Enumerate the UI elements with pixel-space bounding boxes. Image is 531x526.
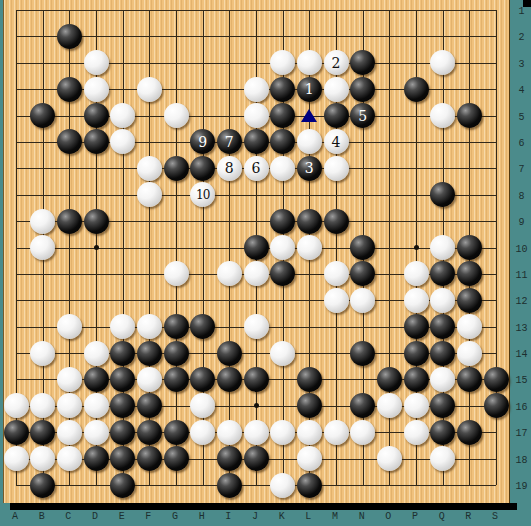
stone-N17 — [350, 420, 375, 445]
stone-S15 — [484, 367, 509, 392]
stone-K6 — [270, 129, 295, 154]
stone-E14 — [110, 341, 135, 366]
stone-B14 — [30, 341, 55, 366]
stone-L16 — [297, 393, 322, 418]
stone-M7 — [324, 156, 349, 181]
stone-J4 — [244, 77, 269, 102]
stone-N16 — [350, 393, 375, 418]
col-label-L: L — [298, 511, 318, 522]
stone-H15 — [190, 367, 215, 392]
stone-P16 — [404, 393, 429, 418]
row-label-17: 17 — [513, 428, 530, 439]
col-label-S: S — [485, 511, 505, 522]
move-number-6: 6 — [252, 161, 261, 175]
stone-M5 — [324, 103, 349, 128]
stone-G5 — [164, 103, 189, 128]
stone-J7: 6 — [244, 156, 269, 181]
col-label-F: F — [138, 511, 158, 522]
stone-E6 — [110, 129, 135, 154]
stone-D15 — [84, 367, 109, 392]
stone-I11 — [217, 261, 242, 286]
stone-K3 — [270, 50, 295, 75]
stone-N3 — [350, 50, 375, 75]
move-number-3: 3 — [305, 161, 314, 175]
move-number-1: 1 — [305, 82, 314, 96]
move-number-4: 4 — [332, 135, 341, 149]
stone-Q15 — [430, 367, 455, 392]
stone-E19 — [110, 473, 135, 498]
stone-C4 — [57, 77, 82, 102]
stone-K14 — [270, 341, 295, 366]
stone-K19 — [270, 473, 295, 498]
stone-G15 — [164, 367, 189, 392]
stone-G7 — [164, 156, 189, 181]
stone-C9 — [57, 209, 82, 234]
stone-M12 — [324, 288, 349, 313]
col-label-N: N — [352, 511, 372, 522]
col-label-J: J — [245, 511, 265, 522]
row-label-6: 6 — [513, 138, 530, 149]
stone-J13 — [244, 314, 269, 339]
stone-H7 — [190, 156, 215, 181]
stone-F8 — [137, 182, 162, 207]
col-label-D: D — [85, 511, 105, 522]
stone-P11 — [404, 261, 429, 286]
stone-P12 — [404, 288, 429, 313]
stone-D18 — [84, 446, 109, 471]
move-number-5: 5 — [358, 109, 367, 123]
stone-K7 — [270, 156, 295, 181]
stone-M9 — [324, 209, 349, 234]
stone-L10 — [297, 235, 322, 260]
stone-K10 — [270, 235, 295, 260]
row-label-3: 3 — [513, 59, 530, 70]
stone-Q3 — [430, 50, 455, 75]
col-label-R: R — [458, 511, 478, 522]
stone-M11 — [324, 261, 349, 286]
stone-F4 — [137, 77, 162, 102]
stone-P14 — [404, 341, 429, 366]
stone-F13 — [137, 314, 162, 339]
stone-C18 — [57, 446, 82, 471]
stone-E13 — [110, 314, 135, 339]
stone-J5 — [244, 103, 269, 128]
stone-C6 — [57, 129, 82, 154]
grid-line-horizontal — [16, 485, 496, 486]
col-label-E: E — [112, 511, 132, 522]
stone-F15 — [137, 367, 162, 392]
col-label-O: O — [378, 511, 398, 522]
stone-M4 — [324, 77, 349, 102]
col-label-A: A — [5, 511, 25, 522]
row-label-11: 11 — [513, 270, 530, 281]
col-label-B: B — [32, 511, 52, 522]
row-label-18: 18 — [513, 455, 530, 466]
stone-P13 — [404, 314, 429, 339]
stone-K5 — [270, 103, 295, 128]
stone-C2 — [57, 24, 82, 49]
stone-I6: 7 — [217, 129, 242, 154]
stone-I7: 8 — [217, 156, 242, 181]
row-label-12: 12 — [513, 296, 530, 307]
row-label-8: 8 — [513, 191, 530, 202]
row-label-13: 13 — [513, 323, 530, 334]
stone-Q11 — [430, 261, 455, 286]
stone-I17 — [217, 420, 242, 445]
stone-G18 — [164, 446, 189, 471]
stone-F17 — [137, 420, 162, 445]
stone-A16 — [4, 393, 29, 418]
stone-J17 — [244, 420, 269, 445]
stone-M17 — [324, 420, 349, 445]
stone-Q13 — [430, 314, 455, 339]
stone-F14 — [137, 341, 162, 366]
board-shadow — [10, 503, 517, 510]
stone-B5 — [30, 103, 55, 128]
stone-Q14 — [430, 341, 455, 366]
stone-Q17 — [430, 420, 455, 445]
stone-L18 — [297, 446, 322, 471]
move-number-10: 10 — [196, 189, 209, 201]
stone-D9 — [84, 209, 109, 234]
stone-P4 — [404, 77, 429, 102]
stone-B18 — [30, 446, 55, 471]
stone-L15 — [297, 367, 322, 392]
col-label-Q: Q — [432, 511, 452, 522]
stone-F18 — [137, 446, 162, 471]
move-number-9: 9 — [198, 135, 207, 149]
stone-H16 — [190, 393, 215, 418]
row-label-5: 5 — [513, 112, 530, 123]
stone-E16 — [110, 393, 135, 418]
stone-R15 — [457, 367, 482, 392]
stone-Q8 — [430, 182, 455, 207]
stone-D5 — [84, 103, 109, 128]
stone-O18 — [377, 446, 402, 471]
stone-Q5 — [430, 103, 455, 128]
stone-G17 — [164, 420, 189, 445]
stone-K9 — [270, 209, 295, 234]
stone-Q10 — [430, 235, 455, 260]
stone-N12 — [350, 288, 375, 313]
row-label-10: 10 — [513, 244, 530, 255]
stone-L4: 1 — [297, 77, 322, 102]
stone-L17 — [297, 420, 322, 445]
stone-D4 — [84, 77, 109, 102]
stone-B19 — [30, 473, 55, 498]
stone-O16 — [377, 393, 402, 418]
col-label-H: H — [192, 511, 212, 522]
stone-N10 — [350, 235, 375, 260]
stone-J10 — [244, 235, 269, 260]
stone-N11 — [350, 261, 375, 286]
stone-L6 — [297, 129, 322, 154]
stone-I15 — [217, 367, 242, 392]
stone-R14 — [457, 341, 482, 366]
stone-D16 — [84, 393, 109, 418]
stone-I19 — [217, 473, 242, 498]
stone-L7: 3 — [297, 156, 322, 181]
move-number-7: 7 — [225, 135, 234, 149]
stone-R5 — [457, 103, 482, 128]
stone-C16 — [57, 393, 82, 418]
stone-R10 — [457, 235, 482, 260]
stone-E5 — [110, 103, 135, 128]
row-label-4: 4 — [513, 85, 530, 96]
stone-G14 — [164, 341, 189, 366]
stone-J15 — [244, 367, 269, 392]
stone-J6 — [244, 129, 269, 154]
stone-F16 — [137, 393, 162, 418]
row-label-15: 15 — [513, 375, 530, 386]
stone-R17 — [457, 420, 482, 445]
stone-C13 — [57, 314, 82, 339]
stone-I18 — [217, 446, 242, 471]
col-label-K: K — [272, 511, 292, 522]
page-background: { "game": "go", "board": { "size": 19, "… — [0, 0, 531, 526]
stone-D14 — [84, 341, 109, 366]
move-number-8: 8 — [225, 161, 234, 175]
stone-S16 — [484, 393, 509, 418]
stone-Q12 — [430, 288, 455, 313]
move-number-2: 2 — [332, 56, 341, 70]
stone-A18 — [4, 446, 29, 471]
stone-M6: 4 — [324, 129, 349, 154]
stone-D3 — [84, 50, 109, 75]
stone-D17 — [84, 420, 109, 445]
stone-N5: 5 — [350, 103, 375, 128]
triangle-marker — [301, 109, 317, 122]
stone-C17 — [57, 420, 82, 445]
col-label-C: C — [58, 511, 78, 522]
star-point — [254, 403, 259, 408]
star-point — [94, 245, 99, 250]
stone-K11 — [270, 261, 295, 286]
row-label-7: 7 — [513, 164, 530, 175]
stone-H17 — [190, 420, 215, 445]
stone-Q18 — [430, 446, 455, 471]
stone-K4 — [270, 77, 295, 102]
row-label-16: 16 — [513, 402, 530, 413]
stone-L9 — [297, 209, 322, 234]
stone-L3 — [297, 50, 322, 75]
stone-J11 — [244, 261, 269, 286]
stone-H8: 10 — [190, 182, 215, 207]
stone-R12 — [457, 288, 482, 313]
stone-B9 — [30, 209, 55, 234]
col-label-I: I — [218, 511, 238, 522]
row-label-2: 2 — [513, 32, 530, 43]
stone-L19 — [297, 473, 322, 498]
stone-A17 — [4, 420, 29, 445]
stone-B10 — [30, 235, 55, 260]
stone-E17 — [110, 420, 135, 445]
stone-I14 — [217, 341, 242, 366]
col-label-P: P — [405, 511, 425, 522]
row-label-9: 9 — [513, 217, 530, 228]
stone-G13 — [164, 314, 189, 339]
stone-P17 — [404, 420, 429, 445]
go-board[interactable]: 21597486310 — [3, 0, 510, 503]
stone-Q16 — [430, 393, 455, 418]
col-label-M: M — [325, 511, 345, 522]
row-label-14: 14 — [513, 349, 530, 360]
stone-R13 — [457, 314, 482, 339]
stone-B17 — [30, 420, 55, 445]
stone-E18 — [110, 446, 135, 471]
stone-R11 — [457, 261, 482, 286]
stone-C15 — [57, 367, 82, 392]
row-label-19: 19 — [513, 481, 530, 492]
stone-M3: 2 — [324, 50, 349, 75]
stone-D6 — [84, 129, 109, 154]
stone-G11 — [164, 261, 189, 286]
col-label-G: G — [165, 511, 185, 522]
stone-H6: 9 — [190, 129, 215, 154]
stone-B16 — [30, 393, 55, 418]
stone-E15 — [110, 367, 135, 392]
star-point — [414, 245, 419, 250]
stone-O15 — [377, 367, 402, 392]
stone-F7 — [137, 156, 162, 181]
row-label-1: 1 — [513, 6, 530, 17]
stone-N4 — [350, 77, 375, 102]
stone-J18 — [244, 446, 269, 471]
stone-H13 — [190, 314, 215, 339]
stone-P15 — [404, 367, 429, 392]
stone-K17 — [270, 420, 295, 445]
stone-N14 — [350, 341, 375, 366]
